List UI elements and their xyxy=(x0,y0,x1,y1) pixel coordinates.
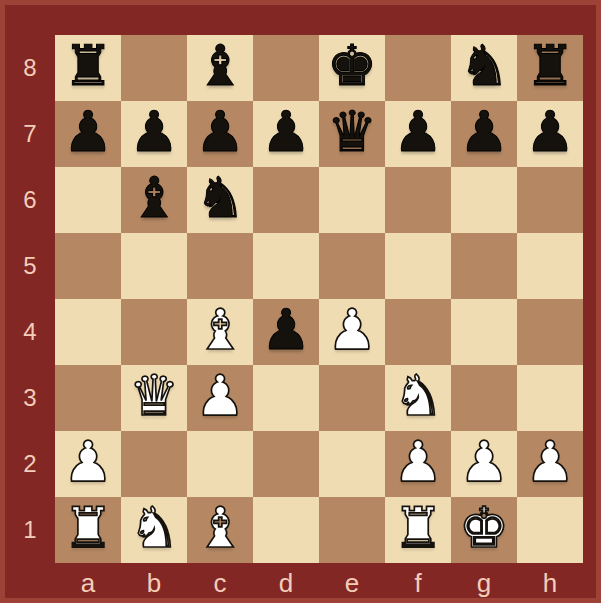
square-g6[interactable] xyxy=(451,167,517,233)
piece-black-pawn[interactable]: ♟ xyxy=(525,99,575,165)
rank-label-3: 3 xyxy=(5,365,55,431)
piece-white-pawn[interactable]: ♟ xyxy=(63,429,113,495)
square-f2[interactable]: ♟ xyxy=(385,431,451,497)
rank-label-7: 7 xyxy=(5,101,55,167)
square-b5[interactable] xyxy=(121,233,187,299)
square-f8[interactable] xyxy=(385,35,451,101)
piece-white-bishop[interactable]: ♝ xyxy=(195,495,245,561)
square-a2[interactable]: ♟ xyxy=(55,431,121,497)
square-d6[interactable] xyxy=(253,167,319,233)
square-d8[interactable] xyxy=(253,35,319,101)
square-e1[interactable] xyxy=(319,497,385,563)
square-c2[interactable] xyxy=(187,431,253,497)
piece-white-king[interactable]: ♚ xyxy=(459,495,509,561)
square-c3[interactable]: ♟ xyxy=(187,365,253,431)
piece-black-pawn[interactable]: ♟ xyxy=(261,99,311,165)
piece-black-knight[interactable]: ♞ xyxy=(195,165,245,231)
chess-board-frame: 87654321 ♜♝♚♞♜♟♟♟♟♛♟♟♟♝♞♝♟♟♛♟♞♟♟♟♟♜♞♝♜♚ … xyxy=(0,0,601,603)
square-g4[interactable] xyxy=(451,299,517,365)
piece-white-rook[interactable]: ♜ xyxy=(393,495,443,561)
square-d4[interactable]: ♟ xyxy=(253,299,319,365)
square-h8[interactable]: ♜ xyxy=(517,35,583,101)
piece-white-pawn[interactable]: ♟ xyxy=(525,429,575,495)
square-b6[interactable]: ♝ xyxy=(121,167,187,233)
square-d3[interactable] xyxy=(253,365,319,431)
square-h1[interactable] xyxy=(517,497,583,563)
square-d1[interactable] xyxy=(253,497,319,563)
square-e4[interactable]: ♟ xyxy=(319,299,385,365)
rank-label-6: 6 xyxy=(5,167,55,233)
piece-white-pawn[interactable]: ♟ xyxy=(327,297,377,363)
square-b2[interactable] xyxy=(121,431,187,497)
piece-white-pawn[interactable]: ♟ xyxy=(459,429,509,495)
square-d7[interactable]: ♟ xyxy=(253,101,319,167)
piece-black-king[interactable]: ♚ xyxy=(327,33,377,99)
square-e3[interactable] xyxy=(319,365,385,431)
square-c7[interactable]: ♟ xyxy=(187,101,253,167)
piece-black-pawn[interactable]: ♟ xyxy=(261,297,311,363)
square-c8[interactable]: ♝ xyxy=(187,35,253,101)
square-d5[interactable] xyxy=(253,233,319,299)
square-g5[interactable] xyxy=(451,233,517,299)
square-f5[interactable] xyxy=(385,233,451,299)
piece-white-knight[interactable]: ♞ xyxy=(393,363,443,429)
square-a7[interactable]: ♟ xyxy=(55,101,121,167)
piece-white-rook[interactable]: ♜ xyxy=(63,495,113,561)
square-f7[interactable]: ♟ xyxy=(385,101,451,167)
piece-black-bishop[interactable]: ♝ xyxy=(195,33,245,99)
square-c4[interactable]: ♝ xyxy=(187,299,253,365)
square-b8[interactable] xyxy=(121,35,187,101)
piece-white-pawn[interactable]: ♟ xyxy=(195,363,245,429)
square-e5[interactable] xyxy=(319,233,385,299)
piece-black-rook[interactable]: ♜ xyxy=(525,33,575,99)
file-label-a: a xyxy=(55,563,121,603)
file-labels: abcdefgh xyxy=(55,563,583,603)
rank-label-2: 2 xyxy=(5,431,55,497)
piece-black-pawn[interactable]: ♟ xyxy=(63,99,113,165)
square-f6[interactable] xyxy=(385,167,451,233)
square-e8[interactable]: ♚ xyxy=(319,35,385,101)
square-a8[interactable]: ♜ xyxy=(55,35,121,101)
square-a1[interactable]: ♜ xyxy=(55,497,121,563)
square-h5[interactable] xyxy=(517,233,583,299)
file-label-e: e xyxy=(319,563,385,603)
square-e2[interactable] xyxy=(319,431,385,497)
square-e7[interactable]: ♛ xyxy=(319,101,385,167)
piece-white-bishop[interactable]: ♝ xyxy=(195,297,245,363)
square-h6[interactable] xyxy=(517,167,583,233)
square-e6[interactable] xyxy=(319,167,385,233)
piece-black-rook[interactable]: ♜ xyxy=(63,33,113,99)
file-label-h: h xyxy=(517,563,583,603)
rank-labels: 87654321 xyxy=(5,35,55,563)
square-d2[interactable] xyxy=(253,431,319,497)
square-f4[interactable] xyxy=(385,299,451,365)
square-h2[interactable]: ♟ xyxy=(517,431,583,497)
square-c5[interactable] xyxy=(187,233,253,299)
piece-white-pawn[interactable]: ♟ xyxy=(393,429,443,495)
square-h3[interactable] xyxy=(517,365,583,431)
square-b4[interactable] xyxy=(121,299,187,365)
square-a3[interactable] xyxy=(55,365,121,431)
square-g1[interactable]: ♚ xyxy=(451,497,517,563)
square-g3[interactable] xyxy=(451,365,517,431)
chess-board: ♜♝♚♞♜♟♟♟♟♛♟♟♟♝♞♝♟♟♛♟♞♟♟♟♟♜♞♝♜♚ xyxy=(55,35,583,563)
square-g8[interactable]: ♞ xyxy=(451,35,517,101)
square-h7[interactable]: ♟ xyxy=(517,101,583,167)
file-label-g: g xyxy=(451,563,517,603)
piece-black-pawn[interactable]: ♟ xyxy=(459,99,509,165)
rank-label-8: 8 xyxy=(5,35,55,101)
rank-label-5: 5 xyxy=(5,233,55,299)
piece-black-bishop[interactable]: ♝ xyxy=(129,165,179,231)
file-label-c: c xyxy=(187,563,253,603)
rank-label-1: 1 xyxy=(5,497,55,563)
square-b7[interactable]: ♟ xyxy=(121,101,187,167)
square-c1[interactable]: ♝ xyxy=(187,497,253,563)
square-g7[interactable]: ♟ xyxy=(451,101,517,167)
square-a6[interactable] xyxy=(55,167,121,233)
rank-label-4: 4 xyxy=(5,299,55,365)
piece-black-pawn[interactable]: ♟ xyxy=(393,99,443,165)
square-b3[interactable]: ♛ xyxy=(121,365,187,431)
file-label-f: f xyxy=(385,563,451,603)
piece-black-queen[interactable]: ♛ xyxy=(327,99,377,165)
piece-white-queen[interactable]: ♛ xyxy=(129,363,179,429)
square-a5[interactable] xyxy=(55,233,121,299)
square-h4[interactable] xyxy=(517,299,583,365)
square-f3[interactable]: ♞ xyxy=(385,365,451,431)
piece-black-pawn[interactable]: ♟ xyxy=(195,99,245,165)
square-f1[interactable]: ♜ xyxy=(385,497,451,563)
piece-white-knight[interactable]: ♞ xyxy=(129,495,179,561)
square-a4[interactable] xyxy=(55,299,121,365)
file-label-d: d xyxy=(253,563,319,603)
file-label-b: b xyxy=(121,563,187,603)
square-c6[interactable]: ♞ xyxy=(187,167,253,233)
square-g2[interactable]: ♟ xyxy=(451,431,517,497)
piece-black-knight[interactable]: ♞ xyxy=(459,33,509,99)
piece-black-pawn[interactable]: ♟ xyxy=(129,99,179,165)
square-b1[interactable]: ♞ xyxy=(121,497,187,563)
